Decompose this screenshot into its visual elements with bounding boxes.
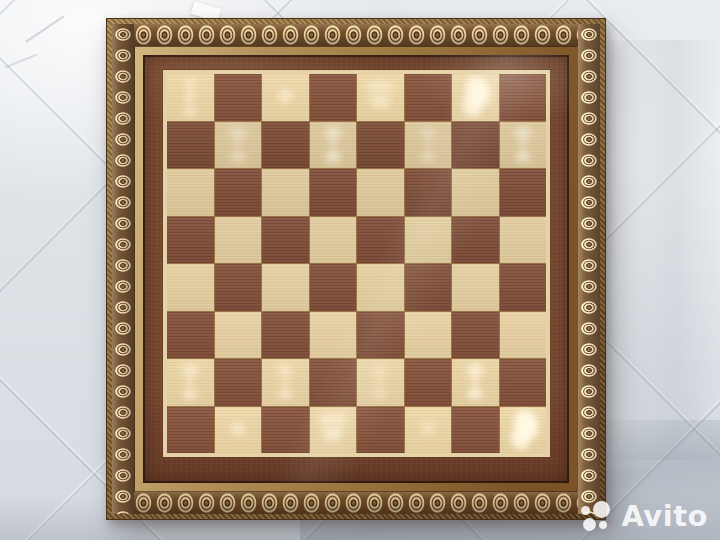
square-e7 [357,122,404,169]
piece-ghost-b1 [224,415,252,444]
square-e4 [357,264,404,311]
square-b4 [215,264,262,311]
square-f7 [405,122,452,169]
logo-circle [599,521,607,529]
frame-ornament-band [112,24,600,514]
piece-ghost-d7 [319,126,346,163]
square-g8 [452,74,499,121]
frame-ornament-bottom [112,492,600,514]
square-c2 [262,359,309,406]
piece-ghost-c8 [271,83,299,112]
square-f4 [405,264,452,311]
square-c7 [262,122,309,169]
square-b6 [215,169,262,216]
square-c8 [262,74,309,121]
square-d7 [310,122,357,169]
piece-ghost-d1 [316,413,350,446]
frame-ornament-right [578,24,600,514]
square-a5 [167,217,214,264]
fabric-fold-shadow-right [590,40,720,460]
square-b8 [215,74,262,121]
avito-logo-icon [580,501,614,532]
piece-ghost-a2 [177,364,204,401]
square-b7 [215,122,262,169]
square-d8 [310,74,357,121]
logo-circle [593,501,610,518]
photo-scene: Avito [0,0,720,540]
square-d4 [310,264,357,311]
square-a2 [167,359,214,406]
square-a8 [167,74,214,121]
square-f1 [405,407,452,454]
frame-ornament-top [112,24,600,46]
square-a1 [167,407,214,454]
square-a6 [167,169,214,216]
square-e5 [357,217,404,264]
square-h7 [500,122,547,169]
square-g7 [452,122,499,169]
piece-ghost-a8 [178,78,202,117]
square-h2 [500,359,547,406]
square-d1 [310,407,357,454]
frame-inner-gold-lip [134,46,578,492]
square-f5 [405,217,452,264]
square-h3 [500,312,547,359]
square-g4 [452,264,499,311]
avito-watermark: Avito [580,501,708,532]
square-e2 [357,359,404,406]
square-b1 [215,407,262,454]
square-a7 [167,122,214,169]
square-f2 [405,359,452,406]
square-g3 [452,312,499,359]
square-c4 [262,264,309,311]
piece-ghost-g2 [462,364,489,401]
picture-frame [106,18,606,520]
piece-ghost-b7 [224,126,251,163]
square-d6 [310,169,357,216]
frame-mat [143,55,569,483]
avito-wordmark: Avito [621,502,708,531]
piece-ghost-g8 [452,74,499,121]
chessboard [167,74,546,453]
square-c5 [262,217,309,264]
square-g6 [452,169,499,216]
piece-ghost-e8 [363,81,397,114]
square-g5 [452,217,499,264]
square-h1 [500,407,547,454]
square-h4 [500,264,547,311]
square-h6 [500,169,547,216]
square-g2 [452,359,499,406]
square-e8 [357,74,404,121]
square-g1 [452,407,499,454]
square-b3 [215,312,262,359]
square-b2 [215,359,262,406]
square-f6 [405,169,452,216]
square-d2 [310,359,357,406]
square-e6 [357,169,404,216]
square-d5 [310,217,357,264]
piece-ghost-c2 [272,364,299,401]
board-border-strip [163,70,550,457]
square-c3 [262,312,309,359]
square-f3 [405,312,452,359]
piece-ghost-e2 [367,364,394,401]
piece-ghost-h1 [500,407,547,454]
square-h8 [500,74,547,121]
square-a3 [167,312,214,359]
square-e3 [357,312,404,359]
square-h5 [500,217,547,264]
square-c1 [262,407,309,454]
piece-ghost-f7 [414,126,441,163]
square-b5 [215,217,262,264]
square-a4 [167,264,214,311]
square-c6 [262,169,309,216]
piece-ghost-f1 [414,415,442,444]
square-f8 [405,74,452,121]
frame-ornament-left [112,24,134,514]
square-e1 [357,407,404,454]
logo-circle [581,506,590,515]
piece-ghost-h7 [509,126,536,163]
logo-circle [583,518,596,531]
square-d3 [310,312,357,359]
